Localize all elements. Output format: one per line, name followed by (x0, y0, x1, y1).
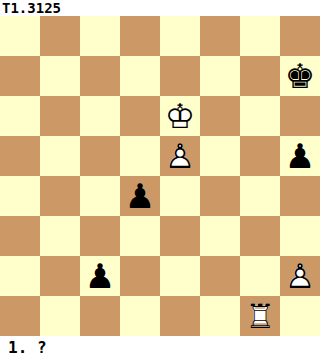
square-a8[interactable] (0, 16, 40, 56)
square-e5[interactable]: ♟♙ (160, 136, 200, 176)
square-b7[interactable] (40, 56, 80, 96)
black-pawn: ♟ (120, 176, 160, 216)
square-d2[interactable] (120, 256, 160, 296)
square-h7[interactable]: ♚ (280, 56, 320, 96)
square-g8[interactable] (240, 16, 280, 56)
square-h2[interactable]: ♟♙ (280, 256, 320, 296)
chess-board: ♚♚♔♟♙♟♟♟♟♙♜♖ (0, 16, 320, 336)
square-e4[interactable] (160, 176, 200, 216)
square-d5[interactable] (120, 136, 160, 176)
square-d1[interactable] (120, 296, 160, 336)
square-f3[interactable] (200, 216, 240, 256)
square-h8[interactable] (280, 16, 320, 56)
square-c6[interactable] (80, 96, 120, 136)
white-pawn: ♙ (280, 256, 320, 296)
square-d7[interactable] (120, 56, 160, 96)
square-f7[interactable] (200, 56, 240, 96)
square-h3[interactable] (280, 216, 320, 256)
black-pawn: ♟ (280, 136, 320, 176)
square-b5[interactable] (40, 136, 80, 176)
square-d4[interactable]: ♟ (120, 176, 160, 216)
black-king: ♚ (280, 56, 320, 96)
square-f6[interactable] (200, 96, 240, 136)
square-c2[interactable]: ♟ (80, 256, 120, 296)
square-f8[interactable] (200, 16, 240, 56)
square-a1[interactable] (0, 296, 40, 336)
square-c4[interactable] (80, 176, 120, 216)
square-h5[interactable]: ♟ (280, 136, 320, 176)
square-e1[interactable] (160, 296, 200, 336)
square-a2[interactable] (0, 256, 40, 296)
square-g5[interactable] (240, 136, 280, 176)
square-g7[interactable] (240, 56, 280, 96)
black-pawn: ♟ (80, 256, 120, 296)
square-a4[interactable] (0, 176, 40, 216)
square-a7[interactable] (0, 56, 40, 96)
puzzle-title: T1.3125 (0, 0, 320, 16)
white-pawn: ♙ (160, 136, 200, 176)
square-d6[interactable] (120, 96, 160, 136)
square-f1[interactable] (200, 296, 240, 336)
square-c7[interactable] (80, 56, 120, 96)
square-e6[interactable]: ♚♔ (160, 96, 200, 136)
square-b1[interactable] (40, 296, 80, 336)
square-g6[interactable] (240, 96, 280, 136)
square-f4[interactable] (200, 176, 240, 216)
square-f5[interactable] (200, 136, 240, 176)
square-g4[interactable] (240, 176, 280, 216)
square-g1[interactable]: ♜♖ (240, 296, 280, 336)
square-b2[interactable] (40, 256, 80, 296)
square-a6[interactable] (0, 96, 40, 136)
square-e3[interactable] (160, 216, 200, 256)
square-h4[interactable] (280, 176, 320, 216)
square-c1[interactable] (80, 296, 120, 336)
square-h6[interactable] (280, 96, 320, 136)
square-c8[interactable] (80, 16, 120, 56)
square-f2[interactable] (200, 256, 240, 296)
square-e8[interactable] (160, 16, 200, 56)
square-d8[interactable] (120, 16, 160, 56)
square-b6[interactable] (40, 96, 80, 136)
square-g3[interactable] (240, 216, 280, 256)
square-b3[interactable] (40, 216, 80, 256)
white-rook: ♖ (240, 296, 280, 336)
square-b4[interactable] (40, 176, 80, 216)
square-h1[interactable] (280, 296, 320, 336)
square-c3[interactable] (80, 216, 120, 256)
square-e2[interactable] (160, 256, 200, 296)
square-e7[interactable] (160, 56, 200, 96)
square-g2[interactable] (240, 256, 280, 296)
square-c5[interactable] (80, 136, 120, 176)
white-king: ♔ (160, 96, 200, 136)
square-a5[interactable] (0, 136, 40, 176)
square-a3[interactable] (0, 216, 40, 256)
square-d3[interactable] (120, 216, 160, 256)
move-prompt: 1. ? (8, 338, 47, 357)
square-b8[interactable] (40, 16, 80, 56)
